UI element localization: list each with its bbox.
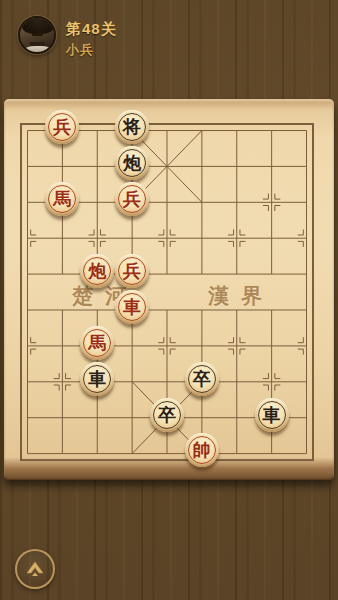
piece-red-horse[interactable]: 馬 [45, 182, 79, 216]
stage-label: 小兵 [66, 41, 94, 59]
piece-black-soldier[interactable]: 卒 [185, 362, 219, 396]
piece-glyph: 炮 [123, 154, 141, 172]
chevron-up-icon [24, 560, 46, 578]
piece-glyph: 車 [123, 298, 141, 316]
piece-red-soldier[interactable]: 兵 [115, 182, 149, 216]
piece-glyph: 馬 [53, 190, 71, 208]
piece-glyph: 炮 [88, 262, 106, 280]
piece-glyph: 車 [88, 370, 106, 388]
avatar[interactable] [18, 16, 56, 54]
piece-red-soldier[interactable]: 兵 [115, 254, 149, 288]
piece-glyph: 車 [263, 406, 281, 424]
expand-button[interactable] [15, 549, 55, 589]
piece-glyph: 兵 [53, 118, 71, 136]
piece-glyph: 将 [123, 118, 141, 136]
piece-glyph: 卒 [158, 406, 176, 424]
level-label: 第48关 [66, 20, 117, 39]
piece-black-cannon[interactable]: 炮 [115, 146, 149, 180]
piece-black-general[interactable]: 将 [115, 110, 149, 144]
piece-glyph: 兵 [123, 262, 141, 280]
piece-black-chariot[interactable]: 車 [80, 362, 114, 396]
piece-black-chariot[interactable]: 車 [255, 398, 289, 432]
avatar-collar [24, 46, 52, 54]
game-screen: 第48关 小兵 楚河 漢界 兵将炮馬兵炮兵車馬車卒卒車帥 [0, 0, 338, 600]
avatar-brow [32, 33, 43, 36]
piece-red-cannon[interactable]: 炮 [80, 254, 114, 288]
piece-red-soldier[interactable]: 兵 [45, 110, 79, 144]
piece-red-horse[interactable]: 馬 [80, 326, 114, 360]
piece-glyph: 卒 [193, 370, 211, 388]
piece-glyph: 兵 [123, 190, 141, 208]
piece-glyph: 帥 [193, 441, 211, 459]
pieces-layer: 兵将炮馬兵炮兵車馬車卒卒車帥 [10, 113, 324, 472]
piece-red-chariot[interactable]: 車 [115, 290, 149, 324]
header: 第48关 小兵 [0, 0, 338, 70]
piece-red-general[interactable]: 帥 [185, 433, 219, 467]
piece-glyph: 馬 [88, 334, 106, 352]
piece-black-soldier[interactable]: 卒 [150, 398, 184, 432]
